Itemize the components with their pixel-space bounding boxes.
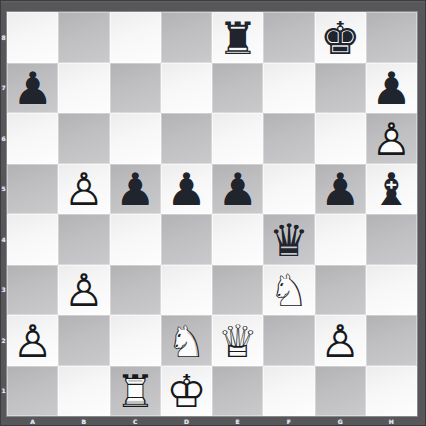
square-g8[interactable]: ♚ [315, 12, 366, 63]
square-h1[interactable] [366, 366, 417, 417]
square-e3[interactable] [212, 265, 263, 316]
square-e6[interactable] [212, 113, 263, 164]
piece-white-knight-f3[interactable]: ♞♘ [263, 265, 314, 316]
piece-black-pawn-h7[interactable]: ♟ [366, 63, 417, 114]
square-b3[interactable]: ♟♙ [58, 265, 109, 316]
white-knight-glyph-outline: ♘ [263, 265, 314, 316]
square-a7[interactable]: ♟ [7, 63, 58, 114]
rank-label-5: 5 [0, 164, 7, 215]
piece-white-pawn-b5[interactable]: ♟♙ [58, 164, 109, 215]
square-f1[interactable] [263, 366, 314, 417]
rank-label-7: 7 [0, 63, 7, 114]
square-f5[interactable] [263, 164, 314, 215]
file-label-f: F [263, 416, 314, 426]
file-label-a: A [7, 416, 58, 426]
rank-label-2: 2 [0, 315, 7, 366]
square-g4[interactable] [315, 214, 366, 265]
black-pawn-glyph: ♟ [161, 164, 212, 215]
black-king-glyph: ♚ [315, 12, 366, 63]
black-rook-glyph: ♜ [212, 12, 263, 63]
square-f3[interactable]: ♞♘ [263, 265, 314, 316]
piece-black-pawn-g5[interactable]: ♟ [315, 164, 366, 215]
square-e4[interactable] [212, 214, 263, 265]
square-d3[interactable] [161, 265, 212, 316]
white-knight-glyph-outline: ♘ [161, 315, 212, 366]
square-a2[interactable]: ♟♙ [7, 315, 58, 366]
square-f7[interactable] [263, 63, 314, 114]
file-label-b: B [58, 416, 109, 426]
square-c8[interactable] [110, 12, 161, 63]
piece-black-pawn-c5[interactable]: ♟ [110, 164, 161, 215]
piece-black-queen-f4[interactable]: ♛ [263, 214, 314, 265]
square-h8[interactable] [366, 12, 417, 63]
white-pawn-glyph-outline: ♙ [315, 315, 366, 366]
piece-white-pawn-a2[interactable]: ♟♙ [7, 315, 58, 366]
square-e8[interactable]: ♜ [212, 12, 263, 63]
square-h5[interactable]: ♝ [366, 164, 417, 215]
black-pawn-glyph: ♟ [212, 164, 263, 215]
square-b1[interactable] [58, 366, 109, 417]
square-f4[interactable]: ♛ [263, 214, 314, 265]
square-a8[interactable] [7, 12, 58, 63]
rank-label-3: 3 [0, 265, 7, 316]
rank-label-8: 8 [0, 12, 7, 63]
black-pawn-glyph: ♟ [315, 164, 366, 215]
piece-white-rook-c1[interactable]: ♜♖ [110, 366, 161, 417]
square-e7[interactable] [212, 63, 263, 114]
square-f8[interactable] [263, 12, 314, 63]
black-queen-glyph: ♛ [263, 214, 314, 265]
square-h2[interactable] [366, 315, 417, 366]
piece-black-pawn-a7[interactable]: ♟ [7, 63, 58, 114]
file-label-d: D [161, 416, 212, 426]
piece-white-pawn-g2[interactable]: ♟♙ [315, 315, 366, 366]
piece-white-pawn-h6[interactable]: ♟♙ [366, 113, 417, 164]
square-c2[interactable] [110, 315, 161, 366]
white-pawn-glyph-outline: ♙ [366, 113, 417, 164]
black-bishop-glyph: ♝ [366, 164, 417, 215]
rank-label-4: 4 [0, 214, 7, 265]
square-d7[interactable] [161, 63, 212, 114]
piece-black-king-g8[interactable]: ♚ [315, 12, 366, 63]
file-label-c: C [110, 416, 161, 426]
square-b2[interactable] [58, 315, 109, 366]
white-rook-glyph-outline: ♖ [110, 366, 161, 417]
chess-board-frame: 87654321 ♜♚♟♟♟♙♟♙♟♟♟♟♝♛♟♙♞♘♟♙♞♘♛♕♟♙♜♖♚♔ … [0, 0, 426, 426]
rank-labels: 87654321 [0, 12, 7, 416]
square-e2[interactable]: ♛♕ [212, 315, 263, 366]
square-b6[interactable] [58, 113, 109, 164]
piece-black-rook-e8[interactable]: ♜ [212, 12, 263, 63]
square-b7[interactable] [58, 63, 109, 114]
square-e5[interactable]: ♟ [212, 164, 263, 215]
square-c3[interactable] [110, 265, 161, 316]
square-g5[interactable]: ♟ [315, 164, 366, 215]
square-h7[interactable]: ♟ [366, 63, 417, 114]
square-d8[interactable] [161, 12, 212, 63]
file-labels: ABCDEFGH [7, 416, 417, 426]
square-a3[interactable] [7, 265, 58, 316]
piece-white-knight-d2[interactable]: ♞♘ [161, 315, 212, 366]
square-g7[interactable] [315, 63, 366, 114]
black-pawn-glyph: ♟ [7, 63, 58, 114]
square-g2[interactable]: ♟♙ [315, 315, 366, 366]
square-f6[interactable] [263, 113, 314, 164]
piece-white-king-d1[interactable]: ♚♔ [161, 366, 212, 417]
square-a1[interactable] [7, 366, 58, 417]
square-h3[interactable] [366, 265, 417, 316]
file-label-e: E [212, 416, 263, 426]
square-g1[interactable] [315, 366, 366, 417]
square-c7[interactable] [110, 63, 161, 114]
square-d5[interactable]: ♟ [161, 164, 212, 215]
square-c6[interactable] [110, 113, 161, 164]
white-pawn-glyph-outline: ♙ [58, 265, 109, 316]
square-g6[interactable] [315, 113, 366, 164]
square-a5[interactable] [7, 164, 58, 215]
white-king-glyph-outline: ♔ [161, 366, 212, 417]
square-d2[interactable]: ♞♘ [161, 315, 212, 366]
square-a6[interactable] [7, 113, 58, 164]
square-f2[interactable] [263, 315, 314, 366]
chess-board: ♜♚♟♟♟♙♟♙♟♟♟♟♝♛♟♙♞♘♟♙♞♘♛♕♟♙♜♖♚♔ [7, 12, 417, 416]
square-g3[interactable] [315, 265, 366, 316]
square-b8[interactable] [58, 12, 109, 63]
square-d4[interactable] [161, 214, 212, 265]
piece-white-pawn-b3[interactable]: ♟♙ [58, 265, 109, 316]
piece-black-pawn-d5[interactable]: ♟ [161, 164, 212, 215]
file-label-h: H [366, 416, 417, 426]
file-label-g: G [315, 416, 366, 426]
square-c5[interactable]: ♟ [110, 164, 161, 215]
black-pawn-glyph: ♟ [110, 164, 161, 215]
piece-black-bishop-h5[interactable]: ♝ [366, 164, 417, 215]
piece-white-queen-e2[interactable]: ♛♕ [212, 315, 263, 366]
rank-label-1: 1 [0, 366, 7, 417]
square-b5[interactable]: ♟♙ [58, 164, 109, 215]
square-c4[interactable] [110, 214, 161, 265]
square-h4[interactable] [366, 214, 417, 265]
square-d1[interactable]: ♚♔ [161, 366, 212, 417]
square-d6[interactable] [161, 113, 212, 164]
square-c1[interactable]: ♜♖ [110, 366, 161, 417]
square-a4[interactable] [7, 214, 58, 265]
piece-black-pawn-e5[interactable]: ♟ [212, 164, 263, 215]
black-pawn-glyph: ♟ [366, 63, 417, 114]
square-e1[interactable] [212, 366, 263, 417]
square-b4[interactable] [58, 214, 109, 265]
rank-label-6: 6 [0, 113, 7, 164]
white-queen-glyph-outline: ♕ [212, 315, 263, 366]
white-pawn-glyph-outline: ♙ [58, 164, 109, 215]
square-h6[interactable]: ♟♙ [366, 113, 417, 164]
white-pawn-glyph-outline: ♙ [7, 315, 58, 366]
